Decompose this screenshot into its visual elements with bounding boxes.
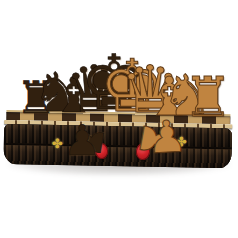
chess-set-photo: ✤ ✤ ♜♞♝♛♚♚♛♝♞♜ ♟♟♟♟: [0, 0, 238, 238]
piece-dark-pawn-standing: ♟: [63, 120, 101, 162]
piece-light-pawn-standing: ♟: [146, 114, 188, 160]
piece-light-rook: ♜: [183, 70, 232, 125]
box-front-face: [3, 124, 232, 168]
box-lower-half: [3, 145, 231, 168]
brass-clasp-left-icon: ✤: [52, 137, 63, 150]
